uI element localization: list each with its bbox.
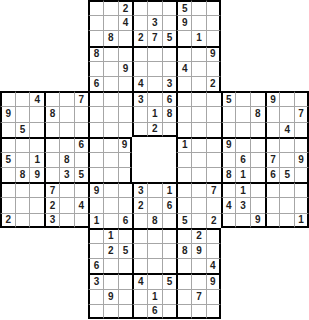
cell-r13c8-empty[interactable] [103,182,118,197]
cell-r9c6-empty[interactable] [74,122,89,137]
cell-r11c8-empty[interactable] [103,152,118,167]
cell-r15c5-empty[interactable] [59,213,74,228]
cell-r16c12-empty[interactable] [162,228,177,243]
cell-r5c12-empty[interactable] [162,61,177,76]
cell-r8c9-empty[interactable] [118,106,133,121]
cell-r13c3-empty[interactable] [29,182,44,197]
cell-r6c11-empty[interactable] [147,76,162,91]
cell-r8c14-empty[interactable] [191,106,206,121]
cell-r5c7-empty[interactable] [88,61,103,76]
cell-r13c9-empty[interactable] [118,182,133,197]
cell-r16c15-empty[interactable] [206,228,221,243]
cell-r4c13-empty[interactable] [176,46,191,61]
cell-r15c17-empty[interactable] [235,213,250,228]
cell-r3c10-given[interactable]: 2 [132,30,147,45]
cell-r12c20-given[interactable]: 5 [279,167,294,182]
cell-r14c17-given[interactable]: 3 [235,197,250,212]
cell-r7c6-given[interactable]: 7 [74,91,89,106]
cell-r9c19-empty[interactable] [265,122,280,137]
cell-r15c9-given[interactable]: 6 [118,213,133,228]
cell-r11c7-empty[interactable] [88,152,103,167]
cell-r7c1-empty[interactable] [0,91,15,106]
cell-r20c14-given[interactable]: 7 [191,289,206,304]
cell-r8c8-empty[interactable] [103,106,118,121]
cell-r14c7-empty[interactable] [88,197,103,212]
cell-r14c1-empty[interactable] [0,197,15,212]
cell-r10c7-empty[interactable] [88,137,103,152]
cell-r10c21-empty[interactable] [294,137,309,152]
cell-r8c13-empty[interactable] [176,106,191,121]
cell-r7c14-empty[interactable] [191,91,206,106]
cell-r13c18-empty[interactable] [250,182,265,197]
cell-r15c3-empty[interactable] [29,213,44,228]
cell-r14c16-given[interactable]: 4 [221,197,236,212]
cell-r19c15-given[interactable]: 9 [206,273,221,288]
cell-r12c5-given[interactable]: 3 [59,167,74,182]
cell-r3c12-given[interactable]: 5 [162,30,177,45]
cell-r18c8-empty[interactable] [103,258,118,273]
cell-r8c3-empty[interactable] [29,106,44,121]
cell-r7c9-empty[interactable] [118,91,133,106]
cell-r17c12-empty[interactable] [162,243,177,258]
cell-r5c10-empty[interactable] [132,61,147,76]
cell-r11c1-given[interactable]: 5 [0,152,15,167]
cell-r2c10-empty[interactable] [132,15,147,30]
cell-r14c3-empty[interactable] [29,197,44,212]
cell-r3c13-empty[interactable] [176,30,191,45]
outside-area [15,258,30,273]
cell-r9c5-empty[interactable] [59,122,74,137]
cell-r15c18-given[interactable]: 9 [250,213,265,228]
cell-r11c18-empty[interactable] [250,152,265,167]
cell-r15c19-empty[interactable] [265,213,280,228]
cell-r19c13-empty[interactable] [176,273,191,288]
cell-r20c7-empty[interactable] [88,289,103,304]
cell-r1c12-empty[interactable] [162,0,177,15]
cell-r16c11-empty[interactable] [147,228,162,243]
cell-r11c2-empty[interactable] [15,152,30,167]
outside-area [15,76,30,91]
cell-r6c10-given[interactable]: 4 [132,76,147,91]
sudoku-board: 2543982751899464324736599818875246919518… [0,0,309,319]
cell-r12c1-empty[interactable] [0,167,15,182]
cell-r17c9-given[interactable]: 5 [118,243,133,258]
cell-r20c13-empty[interactable] [176,289,191,304]
cell-r8c7-empty[interactable] [88,106,103,121]
cell-r4c8-empty[interactable] [103,46,118,61]
cell-r6c8-empty[interactable] [103,76,118,91]
cell-r9c1-empty[interactable] [0,122,15,137]
outside-area [74,0,89,15]
cell-r2c8-empty[interactable] [103,15,118,30]
cell-r13c1-empty[interactable] [0,182,15,197]
cell-r9c3-empty[interactable] [29,122,44,137]
cell-r6c14-empty[interactable] [191,76,206,91]
cell-r11c21-given[interactable]: 9 [294,152,309,167]
cell-r19c7-given[interactable]: 3 [88,273,103,288]
cell-r15c21-given[interactable]: 1 [294,213,309,228]
cell-r15c4-given[interactable]: 3 [44,213,59,228]
cell-r16c10-empty[interactable] [132,228,147,243]
cell-r10c18-empty[interactable] [250,137,265,152]
cell-r21c12-empty[interactable] [162,304,177,319]
cell-r15c10-empty[interactable] [132,213,147,228]
cell-r12c19-given[interactable]: 6 [265,167,280,182]
cell-r14c14-empty[interactable] [191,197,206,212]
cell-r10c19-empty[interactable] [265,137,280,152]
cell-r21c14-empty[interactable] [191,304,206,319]
cell-r16c8-given[interactable]: 1 [103,228,118,243]
cell-r18c13-empty[interactable] [176,258,191,273]
cell-r11c17-given[interactable]: 6 [235,152,250,167]
cell-r13c11-empty[interactable] [147,182,162,197]
cell-r8c12-given[interactable]: 8 [162,106,177,121]
cell-r9c14-empty[interactable] [191,122,206,137]
cell-r9c10-empty[interactable] [132,122,147,137]
cell-r15c6-empty[interactable] [74,213,89,228]
cell-r13c12-given[interactable]: 1 [162,182,177,197]
cell-r5c11-empty[interactable] [147,61,162,76]
cell-r13c14-empty[interactable] [191,182,206,197]
cell-r12c17-given[interactable]: 1 [235,167,250,182]
cell-r14c19-empty[interactable] [265,197,280,212]
cell-r18c11-empty[interactable] [147,258,162,273]
cell-r15c7-given[interactable]: 1 [88,213,103,228]
cell-r3c14-given[interactable]: 1 [191,30,206,45]
cell-r1c9-given[interactable]: 2 [118,0,133,15]
cell-r19c8-empty[interactable] [103,273,118,288]
cell-r8c5-empty[interactable] [59,106,74,121]
cell-r21c9-empty[interactable] [118,304,133,319]
cell-r14c13-empty[interactable] [176,197,191,212]
cell-r14c4-given[interactable]: 2 [44,197,59,212]
cell-r12c6-given[interactable]: 5 [74,167,89,182]
outside-area [162,137,177,152]
cell-r20c15-empty[interactable] [206,289,221,304]
cell-r13c21-empty[interactable] [294,182,309,197]
cell-r6c9-empty[interactable] [118,76,133,91]
cell-r9c7-empty[interactable] [88,122,103,137]
cell-r14c2-empty[interactable] [15,197,30,212]
cell-r8c20-empty[interactable] [279,106,294,121]
cell-r8c11-given[interactable]: 1 [147,106,162,121]
cell-r12c4-empty[interactable] [44,167,59,182]
cell-r19c9-empty[interactable] [118,273,133,288]
cell-r8c4-given[interactable]: 8 [44,106,59,121]
outside-area [265,243,280,258]
cell-r9c18-empty[interactable] [250,122,265,137]
cell-r14c18-empty[interactable] [250,197,265,212]
cell-r9c20-given[interactable]: 4 [279,122,294,137]
cell-r12c15-empty[interactable] [206,167,221,182]
cell-r4c9-empty[interactable] [118,46,133,61]
cell-r13c4-given[interactable]: 7 [44,182,59,197]
cell-r2c12-empty[interactable] [162,15,177,30]
cell-r16c9-empty[interactable] [118,228,133,243]
cell-r11c4-empty[interactable] [44,152,59,167]
cell-r5c13-given[interactable]: 4 [176,61,191,76]
cell-r13c20-empty[interactable] [279,182,294,197]
cell-r21c8-empty[interactable] [103,304,118,319]
cell-r9c9-empty[interactable] [118,122,133,137]
cell-r3c8-given[interactable]: 8 [103,30,118,45]
cell-r17c10-empty[interactable] [132,243,147,258]
cell-r7c4-empty[interactable] [44,91,59,106]
cell-r12c18-empty[interactable] [250,167,265,182]
cell-r15c14-empty[interactable] [191,213,206,228]
cell-r7c7-empty[interactable] [88,91,103,106]
cell-r21c10-empty[interactable] [132,304,147,319]
cell-r14c15-empty[interactable] [206,197,221,212]
cell-r13c10-given[interactable]: 3 [132,182,147,197]
cell-r13c6-empty[interactable] [74,182,89,197]
cell-r9c21-empty[interactable] [294,122,309,137]
cell-r9c12-empty[interactable] [162,122,177,137]
cell-r14c21-empty[interactable] [294,197,309,212]
cell-r4c12-empty[interactable] [162,46,177,61]
cell-r3c7-empty[interactable] [88,30,103,45]
cell-r13c7-given[interactable]: 9 [88,182,103,197]
cell-r7c13-empty[interactable] [176,91,191,106]
cell-r4c10-empty[interactable] [132,46,147,61]
cell-r20c12-empty[interactable] [162,289,177,304]
cell-r15c20-empty[interactable] [279,213,294,228]
cell-r9c16-empty[interactable] [221,122,236,137]
outside-area [29,76,44,91]
cell-r14c20-empty[interactable] [279,197,294,212]
cell-r16c7-empty[interactable] [88,228,103,243]
cell-r11c6-empty[interactable] [74,152,89,167]
cell-r4c15-given[interactable]: 9 [206,46,221,61]
cell-r6c13-empty[interactable] [176,76,191,91]
cell-r10c16-given[interactable]: 9 [221,137,236,152]
cell-r16c13-empty[interactable] [176,228,191,243]
cell-r13c16-empty[interactable] [221,182,236,197]
cell-r7c3-given[interactable]: 4 [29,91,44,106]
cell-r12c8-empty[interactable] [103,167,118,182]
cell-r10c20-empty[interactable] [279,137,294,152]
cell-r8c10-empty[interactable] [132,106,147,121]
cell-r3c15-empty[interactable] [206,30,221,45]
cell-r15c2-empty[interactable] [15,213,30,228]
cell-r1c13-given[interactable]: 5 [176,0,191,15]
cell-r18c10-empty[interactable] [132,258,147,273]
cell-r6c15-given[interactable]: 2 [206,76,221,91]
cell-r11c14-empty[interactable] [191,152,206,167]
cell-r13c15-given[interactable]: 7 [206,182,221,197]
cell-r11c13-empty[interactable] [176,152,191,167]
cell-r17c13-given[interactable]: 8 [176,243,191,258]
cell-r9c8-empty[interactable] [103,122,118,137]
cell-r2c7-empty[interactable] [88,15,103,30]
cell-r10c17-empty[interactable] [235,137,250,152]
cell-r12c16-given[interactable]: 8 [221,167,236,182]
cell-r19c10-given[interactable]: 4 [132,273,147,288]
cell-r12c13-empty[interactable] [176,167,191,182]
cell-r18c14-empty[interactable] [191,258,206,273]
cell-r8c16-empty[interactable] [221,106,236,121]
cell-r21c15-empty[interactable] [206,304,221,319]
cell-r19c11-empty[interactable] [147,273,162,288]
cell-r14c9-empty[interactable] [118,197,133,212]
cell-r1c7-empty[interactable] [88,0,103,15]
cell-r17c14-given[interactable]: 9 [191,243,206,258]
cell-r14c12-given[interactable]: 6 [162,197,177,212]
cell-r21c7-empty[interactable] [88,304,103,319]
cell-r13c19-empty[interactable] [265,182,280,197]
cell-r13c2-empty[interactable] [15,182,30,197]
cell-r10c9-given[interactable]: 9 [118,137,133,152]
cell-r6c12-given[interactable]: 3 [162,76,177,91]
cell-r10c2-empty[interactable] [15,137,30,152]
cell-r8c6-empty[interactable] [74,106,89,121]
cell-r14c5-empty[interactable] [59,197,74,212]
cell-r15c13-given[interactable]: 5 [176,213,191,228]
cell-r12c9-empty[interactable] [118,167,133,182]
cell-r15c11-given[interactable]: 8 [147,213,162,228]
cell-r7c17-empty[interactable] [235,91,250,106]
cell-r5c8-empty[interactable] [103,61,118,76]
cell-r7c20-empty[interactable] [279,91,294,106]
cell-r14c6-given[interactable]: 4 [74,197,89,212]
cell-r20c11-given[interactable]: 1 [147,289,162,304]
cell-r2c14-empty[interactable] [191,15,206,30]
cell-r10c13-given[interactable]: 1 [176,137,191,152]
cell-r8c19-empty[interactable] [265,106,280,121]
cell-r13c13-empty[interactable] [176,182,191,197]
cell-r7c18-empty[interactable] [250,91,265,106]
cell-r17c15-empty[interactable] [206,243,221,258]
outside-area [74,258,89,273]
cell-r4c14-empty[interactable] [191,46,206,61]
outside-area [279,304,294,319]
cell-r18c12-empty[interactable] [162,258,177,273]
cell-r11c20-empty[interactable] [279,152,294,167]
cell-r17c7-empty[interactable] [88,243,103,258]
cell-r7c16-given[interactable]: 5 [221,91,236,106]
cell-r19c14-empty[interactable] [191,273,206,288]
cell-r13c5-empty[interactable] [59,182,74,197]
cell-r3c11-given[interactable]: 7 [147,30,162,45]
cell-r11c19-given[interactable]: 7 [265,152,280,167]
cell-r1c8-empty[interactable] [103,0,118,15]
cell-r10c8-empty[interactable] [103,137,118,152]
cell-r9c15-empty[interactable] [206,122,221,137]
cell-r7c12-given[interactable]: 6 [162,91,177,106]
cell-r7c21-empty[interactable] [294,91,309,106]
cell-r19c12-given[interactable]: 5 [162,273,177,288]
cell-r18c7-given[interactable]: 6 [88,258,103,273]
cell-r10c5-empty[interactable] [59,137,74,152]
cell-r7c8-empty[interactable] [103,91,118,106]
cell-r2c15-empty[interactable] [206,15,221,30]
cell-r14c11-empty[interactable] [147,197,162,212]
cell-r10c14-empty[interactable] [191,137,206,152]
cell-r7c19-given[interactable]: 9 [265,91,280,106]
cell-r15c8-empty[interactable] [103,213,118,228]
cell-r1c15-empty[interactable] [206,0,221,15]
cell-r1c10-empty[interactable] [132,0,147,15]
cell-r21c11-given[interactable]: 6 [147,304,162,319]
cell-r10c4-empty[interactable] [44,137,59,152]
cell-r1c11-empty[interactable] [147,0,162,15]
cell-r20c9-empty[interactable] [118,289,133,304]
cell-r9c17-empty[interactable] [235,122,250,137]
cell-r11c3-given[interactable]: 1 [29,152,44,167]
cell-r12c3-given[interactable]: 9 [29,167,44,182]
cell-r10c3-empty[interactable] [29,137,44,152]
cell-r2c11-given[interactable]: 3 [147,15,162,30]
cell-r15c16-empty[interactable] [221,213,236,228]
cell-r7c5-empty[interactable] [59,91,74,106]
cell-r15c1-given[interactable]: 2 [0,213,15,228]
cell-r10c6-given[interactable]: 6 [74,137,89,152]
cell-r18c15-given[interactable]: 4 [206,258,221,273]
cell-r1c14-empty[interactable] [191,0,206,15]
cell-r7c2-empty[interactable] [15,91,30,106]
cell-r20c10-empty[interactable] [132,289,147,304]
cell-r12c14-empty[interactable] [191,167,206,182]
cell-r5c15-empty[interactable] [206,61,221,76]
cell-r9c4-empty[interactable] [44,122,59,137]
cell-r9c13-empty[interactable] [176,122,191,137]
cell-r11c5-given[interactable]: 8 [59,152,74,167]
cell-r2c13-given[interactable]: 9 [176,15,191,30]
cell-r13c17-given[interactable]: 1 [235,182,250,197]
outside-area [265,46,280,61]
cell-r14c10-given[interactable]: 2 [132,197,147,212]
cell-r12c21-empty[interactable] [294,167,309,182]
cell-r3c9-empty[interactable] [118,30,133,45]
cell-r10c1-empty[interactable] [0,137,15,152]
cell-r20c8-given[interactable]: 9 [103,289,118,304]
cell-r5c9-given[interactable]: 9 [118,61,133,76]
cell-r6c7-given[interactable]: 6 [88,76,103,91]
cell-r21c13-empty[interactable] [176,304,191,319]
cell-r8c15-empty[interactable] [206,106,221,121]
cell-r5c14-empty[interactable] [191,61,206,76]
cell-r17c11-empty[interactable] [147,243,162,258]
cell-r7c10-given[interactable]: 3 [132,91,147,106]
cell-r8c18-given[interactable]: 8 [250,106,265,121]
cell-r15c12-empty[interactable] [162,213,177,228]
cell-r11c16-empty[interactable] [221,152,236,167]
outside-area [294,61,309,76]
cell-r16c14-given[interactable]: 2 [191,228,206,243]
cell-r8c2-empty[interactable] [15,106,30,121]
cell-r11c15-empty[interactable] [206,152,221,167]
cell-r14c8-empty[interactable] [103,197,118,212]
cell-r9c2-given[interactable]: 5 [15,122,30,137]
cell-r4c11-empty[interactable] [147,46,162,61]
cell-r12c7-empty[interactable] [88,167,103,182]
cell-r8c17-empty[interactable] [235,106,250,121]
cell-r2c9-given[interactable]: 4 [118,15,133,30]
cell-r12c2-given[interactable]: 8 [15,167,30,182]
cell-r7c11-empty[interactable] [147,91,162,106]
cell-r7c15-empty[interactable] [206,91,221,106]
cell-r10c15-empty[interactable] [206,137,221,152]
outside-area [0,30,15,45]
cell-r8c21-given[interactable]: 7 [294,106,309,121]
cell-r17c8-given[interactable]: 2 [103,243,118,258]
cell-r15c15-given[interactable]: 2 [206,213,221,228]
cell-r9c11-given[interactable]: 2 [147,122,162,137]
cell-r4c7-given[interactable]: 8 [88,46,103,61]
cell-r11c9-empty[interactable] [118,152,133,167]
cell-r8c1-given[interactable]: 9 [0,106,15,121]
cell-r18c9-empty[interactable] [118,258,133,273]
